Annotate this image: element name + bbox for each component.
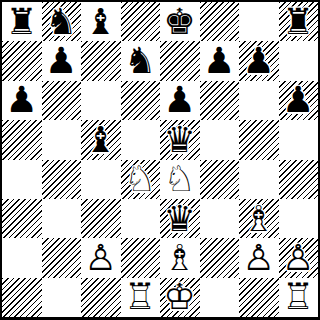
square-g8[interactable] xyxy=(239,2,279,41)
piece-white-bishop: ♗ xyxy=(160,238,200,277)
piece-white-rook: ♖ xyxy=(121,278,161,317)
square-b7[interactable]: ♟♟ xyxy=(42,41,82,80)
square-b2[interactable] xyxy=(42,238,82,277)
piece-white-king: ♔ xyxy=(160,278,200,317)
square-f2[interactable] xyxy=(200,238,240,277)
square-c8[interactable]: ♝♝ xyxy=(81,2,121,41)
piece-halo: ♟ xyxy=(160,81,200,120)
piece-halo: ♚ xyxy=(160,278,200,317)
square-d6[interactable] xyxy=(121,81,161,120)
square-g2[interactable]: ♟♙ xyxy=(239,238,279,277)
square-f1[interactable] xyxy=(200,278,240,317)
piece-halo: ♟ xyxy=(239,238,279,277)
piece-halo: ♟ xyxy=(81,238,121,277)
piece-halo: ♝ xyxy=(81,120,121,159)
piece-black-pawn: ♟ xyxy=(2,81,42,120)
square-g6[interactable] xyxy=(239,81,279,120)
piece-black-knight: ♞ xyxy=(121,41,161,80)
piece-black-rook: ♜ xyxy=(2,2,42,41)
square-h8[interactable]: ♜♜ xyxy=(279,2,319,41)
square-g4[interactable] xyxy=(239,160,279,199)
piece-white-pawn: ♙ xyxy=(239,238,279,277)
square-a7[interactable] xyxy=(2,41,42,80)
square-c6[interactable] xyxy=(81,81,121,120)
piece-black-pawn: ♟ xyxy=(160,81,200,120)
square-d1[interactable]: ♜♖ xyxy=(121,278,161,317)
square-a3[interactable] xyxy=(2,199,42,238)
square-e3[interactable]: ♛♛ xyxy=(160,199,200,238)
square-b6[interactable] xyxy=(42,81,82,120)
piece-black-rook: ♜ xyxy=(279,2,319,41)
piece-white-pawn: ♙ xyxy=(279,238,319,277)
piece-black-bishop: ♝ xyxy=(81,2,121,41)
square-h3[interactable] xyxy=(279,199,319,238)
piece-black-queen: ♛ xyxy=(160,120,200,159)
square-d5[interactable] xyxy=(121,120,161,159)
piece-halo: ♟ xyxy=(279,81,319,120)
piece-black-pawn: ♟ xyxy=(42,41,82,80)
square-h2[interactable]: ♟♙ xyxy=(279,238,319,277)
square-g5[interactable] xyxy=(239,120,279,159)
square-h6[interactable]: ♟♟ xyxy=(279,81,319,120)
square-a2[interactable] xyxy=(2,238,42,277)
piece-halo: ♝ xyxy=(81,2,121,41)
square-e8[interactable]: ♚♚ xyxy=(160,2,200,41)
piece-halo: ♜ xyxy=(121,278,161,317)
square-g7[interactable]: ♟♟ xyxy=(239,41,279,80)
square-f8[interactable] xyxy=(200,2,240,41)
piece-halo: ♟ xyxy=(279,238,319,277)
piece-black-knight: ♞ xyxy=(42,2,82,41)
square-d4[interactable]: ♞♘ xyxy=(121,160,161,199)
square-b4[interactable] xyxy=(42,160,82,199)
piece-black-bishop: ♝ xyxy=(81,120,121,159)
piece-halo: ♝ xyxy=(239,199,279,238)
square-h7[interactable] xyxy=(279,41,319,80)
square-a6[interactable]: ♟♟ xyxy=(2,81,42,120)
piece-white-rook: ♖ xyxy=(279,278,319,317)
square-f7[interactable]: ♟♟ xyxy=(200,41,240,80)
square-a8[interactable]: ♜♜ xyxy=(2,2,42,41)
square-b1[interactable] xyxy=(42,278,82,317)
square-e2[interactable]: ♝♗ xyxy=(160,238,200,277)
square-e7[interactable] xyxy=(160,41,200,80)
piece-white-pawn: ♙ xyxy=(81,238,121,277)
chess-board: ♜♜♞♞♝♝♚♚♜♜♟♟♞♞♟♟♟♟♟♟♟♟♟♟♝♝♛♛♞♘♞♘♛♛♝♗♟♙♝♗… xyxy=(0,0,320,320)
square-h1[interactable]: ♜♖ xyxy=(279,278,319,317)
piece-halo: ♜ xyxy=(279,2,319,41)
piece-halo: ♞ xyxy=(121,160,161,199)
piece-halo: ♛ xyxy=(160,199,200,238)
piece-halo: ♞ xyxy=(121,41,161,80)
square-e6[interactable]: ♟♟ xyxy=(160,81,200,120)
square-c1[interactable] xyxy=(81,278,121,317)
square-g3[interactable]: ♝♗ xyxy=(239,199,279,238)
square-d7[interactable]: ♞♞ xyxy=(121,41,161,80)
piece-halo: ♟ xyxy=(2,81,42,120)
piece-halo: ♟ xyxy=(42,41,82,80)
square-d2[interactable] xyxy=(121,238,161,277)
square-b5[interactable] xyxy=(42,120,82,159)
piece-halo: ♛ xyxy=(160,120,200,159)
piece-halo: ♟ xyxy=(200,41,240,80)
square-c2[interactable]: ♟♙ xyxy=(81,238,121,277)
square-c7[interactable] xyxy=(81,41,121,80)
square-b3[interactable] xyxy=(42,199,82,238)
square-e5[interactable]: ♛♛ xyxy=(160,120,200,159)
piece-black-pawn: ♟ xyxy=(200,41,240,80)
piece-white-knight: ♘ xyxy=(121,160,161,199)
piece-halo: ♞ xyxy=(160,160,200,199)
piece-halo: ♚ xyxy=(160,2,200,41)
square-h4[interactable] xyxy=(279,160,319,199)
square-f5[interactable] xyxy=(200,120,240,159)
square-c3[interactable] xyxy=(81,199,121,238)
piece-black-king: ♚ xyxy=(160,2,200,41)
piece-halo: ♜ xyxy=(2,2,42,41)
square-e4[interactable]: ♞♘ xyxy=(160,160,200,199)
square-c5[interactable]: ♝♝ xyxy=(81,120,121,159)
piece-halo: ♝ xyxy=(160,238,200,277)
piece-halo: ♟ xyxy=(239,41,279,80)
square-f4[interactable] xyxy=(200,160,240,199)
square-e1[interactable]: ♚♔ xyxy=(160,278,200,317)
square-g1[interactable] xyxy=(239,278,279,317)
piece-halo: ♞ xyxy=(42,2,82,41)
square-b8[interactable]: ♞♞ xyxy=(42,2,82,41)
piece-black-queen: ♛ xyxy=(160,199,200,238)
square-h5[interactable] xyxy=(279,120,319,159)
square-a5[interactable] xyxy=(2,120,42,159)
piece-halo: ♜ xyxy=(279,278,319,317)
square-d8[interactable] xyxy=(121,2,161,41)
piece-black-pawn: ♟ xyxy=(239,41,279,80)
square-c4[interactable] xyxy=(81,160,121,199)
square-a1[interactable] xyxy=(2,278,42,317)
square-a4[interactable] xyxy=(2,160,42,199)
square-f6[interactable] xyxy=(200,81,240,120)
piece-white-knight: ♘ xyxy=(160,160,200,199)
piece-black-pawn: ♟ xyxy=(279,81,319,120)
square-f3[interactable] xyxy=(200,199,240,238)
square-d3[interactable] xyxy=(121,199,161,238)
piece-white-bishop: ♗ xyxy=(239,199,279,238)
